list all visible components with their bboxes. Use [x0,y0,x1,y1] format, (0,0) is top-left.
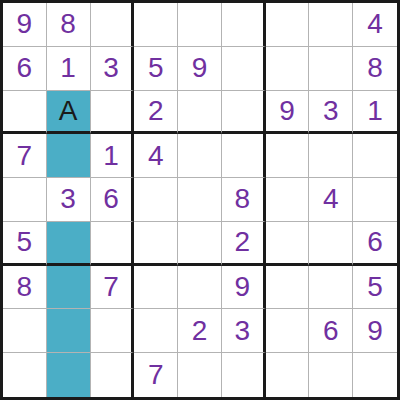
sudoku-cell-r9c2[interactable] [47,353,91,397]
sudoku-cell-r7c3[interactable]: 7 [91,266,135,310]
sudoku-cell-r7c2[interactable] [47,266,91,310]
sudoku-cell-r5c4[interactable] [134,178,178,222]
sudoku-cell-r7c7[interactable] [266,266,310,310]
sudoku-cell-r2c4[interactable]: 5 [134,47,178,91]
sudoku-cell-r7c6[interactable]: 9 [222,266,266,310]
sudoku-cell-r5c6[interactable]: 8 [222,178,266,222]
sudoku-cell-r5c9[interactable] [353,178,397,222]
sudoku-cell-r4c6[interactable] [222,134,266,178]
sudoku-cell-r7c4[interactable] [134,266,178,310]
sudoku-cell-r6c2[interactable] [47,222,91,266]
cell-digit: 4 [148,142,164,170]
cell-digit: 2 [192,317,208,345]
sudoku-cell-r7c9[interactable]: 5 [353,266,397,310]
cell-digit: 3 [323,97,339,125]
cell-digit: 1 [367,97,383,125]
sudoku-cell-r2c1[interactable]: 6 [3,47,47,91]
sudoku-cell-r6c9[interactable]: 6 [353,222,397,266]
sudoku-cell-r1c8[interactable] [309,3,353,47]
sudoku-cell-r6c4[interactable] [134,222,178,266]
sudoku-cell-r1c4[interactable] [134,3,178,47]
sudoku-cell-r8c3[interactable] [91,309,135,353]
sudoku-cell-r1c3[interactable] [91,3,135,47]
cell-digit: 6 [367,228,383,256]
sudoku-cell-r3c3[interactable] [91,91,135,135]
sudoku-cell-r2c2[interactable]: 1 [47,47,91,91]
sudoku-cell-r4c1[interactable]: 7 [3,134,47,178]
sudoku-cell-r5c1[interactable] [3,178,47,222]
sudoku-cell-r9c9[interactable] [353,353,397,397]
sudoku-cell-r9c7[interactable] [266,353,310,397]
cell-digit: 8 [234,185,250,213]
sudoku-cell-r3c9[interactable]: 1 [353,91,397,135]
sudoku-cell-r4c5[interactable] [178,134,222,178]
cell-digit: 3 [60,185,76,213]
sudoku-cell-r3c5[interactable] [178,91,222,135]
cell-digit: 8 [60,10,76,38]
sudoku-cell-r3c2[interactable]: A [47,91,91,135]
sudoku-cell-r3c6[interactable] [222,91,266,135]
cell-digit: 3 [234,317,250,345]
cell-digit: 4 [367,10,383,38]
sudoku-cell-r9c6[interactable] [222,353,266,397]
sudoku-cell-r9c4[interactable]: 7 [134,353,178,397]
sudoku-cell-r5c5[interactable] [178,178,222,222]
cell-digit: 9 [17,10,33,38]
sudoku-cell-r6c8[interactable] [309,222,353,266]
sudoku-cell-r1c9[interactable]: 4 [353,3,397,47]
cell-digit: 6 [103,185,119,213]
cell-digit: 7 [17,142,33,170]
sudoku-cell-r6c1[interactable]: 5 [3,222,47,266]
sudoku-cell-r7c1[interactable]: 8 [3,266,47,310]
sudoku-cell-r2c7[interactable] [266,47,310,91]
sudoku-board: 984613598A29317143684526879523697 [0,0,400,400]
sudoku-cell-r5c7[interactable] [266,178,310,222]
cell-digit: 8 [17,273,33,301]
sudoku-cell-r8c7[interactable] [266,309,310,353]
sudoku-cell-r4c2[interactable] [47,134,91,178]
sudoku-cell-r2c8[interactable] [309,47,353,91]
sudoku-cell-r9c1[interactable] [3,353,47,397]
sudoku-cell-r2c6[interactable] [222,47,266,91]
sudoku-cell-r9c5[interactable] [178,353,222,397]
sudoku-cell-r1c5[interactable] [178,3,222,47]
sudoku-cell-r1c1[interactable]: 9 [3,3,47,47]
sudoku-cell-r7c8[interactable] [309,266,353,310]
sudoku-cell-r4c4[interactable]: 4 [134,134,178,178]
sudoku-cell-r5c8[interactable]: 4 [309,178,353,222]
sudoku-cell-r8c2[interactable] [47,309,91,353]
sudoku-cell-r4c8[interactable] [309,134,353,178]
sudoku-cell-r5c3[interactable]: 6 [91,178,135,222]
sudoku-cell-r2c3[interactable]: 3 [91,47,135,91]
sudoku-cell-r8c4[interactable] [134,309,178,353]
sudoku-cell-r3c4[interactable]: 2 [134,91,178,135]
sudoku-cell-r6c3[interactable] [91,222,135,266]
cell-digit: 4 [323,185,339,213]
sudoku-cell-r3c1[interactable] [3,91,47,135]
cell-letter: A [59,97,78,125]
sudoku-cell-r2c5[interactable]: 9 [178,47,222,91]
sudoku-cell-r8c5[interactable]: 2 [178,309,222,353]
sudoku-cell-r8c9[interactable]: 9 [353,309,397,353]
sudoku-cell-r6c5[interactable] [178,222,222,266]
cell-digit: 9 [192,54,208,82]
cell-digit: 7 [103,273,119,301]
sudoku-cell-r1c6[interactable] [222,3,266,47]
sudoku-cell-r7c5[interactable] [178,266,222,310]
sudoku-cell-r3c8[interactable]: 3 [309,91,353,135]
sudoku-cell-r6c6[interactable]: 2 [222,222,266,266]
cell-digit: 2 [234,228,250,256]
sudoku-cell-r9c8[interactable] [309,353,353,397]
cell-digit: 5 [367,273,383,301]
cell-digit: 8 [367,54,383,82]
sudoku-cell-r2c9[interactable]: 8 [353,47,397,91]
cell-digit: 9 [367,317,383,345]
sudoku-cell-r3c7[interactable]: 9 [266,91,310,135]
cell-digit: 5 [148,54,164,82]
cell-digit: 5 [17,228,33,256]
cell-digit: 9 [234,273,250,301]
sudoku-cell-r6c7[interactable] [266,222,310,266]
cell-digit: 6 [323,317,339,345]
sudoku-cell-r9c3[interactable] [91,353,135,397]
sudoku-cell-r4c3[interactable]: 1 [91,134,135,178]
sudoku-cell-r8c8[interactable]: 6 [309,309,353,353]
sudoku-cell-r8c1[interactable] [3,309,47,353]
cell-digit: 6 [17,54,33,82]
cell-digit: 1 [103,142,119,170]
cell-digit: 3 [103,54,119,82]
sudoku-cell-r8c6[interactable]: 3 [222,309,266,353]
cell-digit: 9 [279,97,295,125]
sudoku-cell-r1c7[interactable] [266,3,310,47]
cell-digit: 2 [148,97,164,125]
sudoku-cell-r4c7[interactable] [266,134,310,178]
cell-digit: 1 [60,54,76,82]
sudoku-cell-r1c2[interactable]: 8 [47,3,91,47]
sudoku-cell-r4c9[interactable] [353,134,397,178]
cell-digit: 7 [148,361,164,389]
sudoku-cell-r5c2[interactable]: 3 [47,178,91,222]
